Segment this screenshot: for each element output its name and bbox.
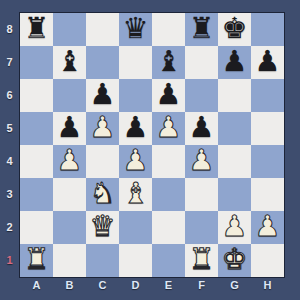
black-pawn-f5[interactable]: ♟ <box>189 113 215 142</box>
square-d2[interactable] <box>119 211 152 244</box>
white-pawn-h2[interactable]: ♟ <box>255 212 281 241</box>
chess-board: ♜♛♜♚♝♝♟♟♟♟♟♟♟♟♟♟♟♟♞♝♛♟♟♜♜♚ <box>19 12 285 278</box>
square-a5[interactable] <box>20 112 53 145</box>
file-label-c: C <box>86 279 119 299</box>
square-a7[interactable] <box>20 46 53 79</box>
square-c2[interactable]: ♛ <box>86 211 119 244</box>
file-label-b: B <box>53 279 86 299</box>
square-g7[interactable]: ♟ <box>218 46 251 79</box>
square-d4[interactable]: ♟ <box>119 145 152 178</box>
square-g5[interactable] <box>218 112 251 145</box>
square-a2[interactable] <box>20 211 53 244</box>
square-h5[interactable] <box>251 112 284 145</box>
square-b4[interactable]: ♟ <box>53 145 86 178</box>
white-queen-c2[interactable]: ♛ <box>90 212 116 241</box>
square-c7[interactable] <box>86 46 119 79</box>
rank-label-3: 3 <box>0 177 19 210</box>
white-pawn-e5[interactable]: ♟ <box>156 113 182 142</box>
board-frame: ♜♛♜♚♝♝♟♟♟♟♟♟♟♟♟♟♟♟♞♝♛♟♟♜♜♚ 87654321 ABCD… <box>0 0 300 300</box>
white-rook-f1[interactable]: ♜ <box>189 245 215 274</box>
square-h2[interactable]: ♟ <box>251 211 284 244</box>
square-g3[interactable] <box>218 178 251 211</box>
square-b6[interactable] <box>53 79 86 112</box>
square-b3[interactable] <box>53 178 86 211</box>
square-f6[interactable] <box>185 79 218 112</box>
square-g8[interactable]: ♚ <box>218 13 251 46</box>
rank-label-1: 1 <box>0 243 19 276</box>
square-e5[interactable]: ♟ <box>152 112 185 145</box>
square-f2[interactable] <box>185 211 218 244</box>
file-label-h: H <box>251 279 284 299</box>
file-label-a: A <box>20 279 53 299</box>
square-a1[interactable]: ♜ <box>20 244 53 277</box>
white-pawn-g2[interactable]: ♟ <box>222 212 248 241</box>
square-e8[interactable] <box>152 13 185 46</box>
square-h3[interactable] <box>251 178 284 211</box>
black-bishop-b7[interactable]: ♝ <box>57 47 83 76</box>
rank-label-8: 8 <box>0 12 19 45</box>
white-pawn-f4[interactable]: ♟ <box>189 146 215 175</box>
square-b5[interactable]: ♟ <box>53 112 86 145</box>
square-g4[interactable] <box>218 145 251 178</box>
rank-label-7: 7 <box>0 45 19 78</box>
square-f8[interactable]: ♜ <box>185 13 218 46</box>
square-d3[interactable]: ♝ <box>119 178 152 211</box>
square-b7[interactable]: ♝ <box>53 46 86 79</box>
square-a3[interactable] <box>20 178 53 211</box>
black-queen-d8[interactable]: ♛ <box>123 14 149 43</box>
square-c3[interactable]: ♞ <box>86 178 119 211</box>
file-label-d: D <box>119 279 152 299</box>
square-c4[interactable] <box>86 145 119 178</box>
square-e2[interactable] <box>152 211 185 244</box>
square-c6[interactable]: ♟ <box>86 79 119 112</box>
square-e4[interactable] <box>152 145 185 178</box>
square-h8[interactable] <box>251 13 284 46</box>
black-rook-a8[interactable]: ♜ <box>24 14 50 43</box>
white-rook-a1[interactable]: ♜ <box>24 245 50 274</box>
square-d1[interactable] <box>119 244 152 277</box>
square-h6[interactable] <box>251 79 284 112</box>
square-g2[interactable]: ♟ <box>218 211 251 244</box>
rank-label-5: 5 <box>0 111 19 144</box>
square-f3[interactable] <box>185 178 218 211</box>
rank-label-4: 4 <box>0 144 19 177</box>
white-pawn-c5[interactable]: ♟ <box>90 113 116 142</box>
square-d8[interactable]: ♛ <box>119 13 152 46</box>
black-pawn-b5[interactable]: ♟ <box>57 113 83 142</box>
white-king-g1[interactable]: ♚ <box>222 245 248 274</box>
square-g6[interactable] <box>218 79 251 112</box>
black-rook-f8[interactable]: ♜ <box>189 14 215 43</box>
square-b1[interactable] <box>53 244 86 277</box>
black-bishop-e7[interactable]: ♝ <box>156 47 182 76</box>
black-pawn-c6[interactable]: ♟ <box>90 80 116 109</box>
white-pawn-b4[interactable]: ♟ <box>57 146 83 175</box>
square-c5[interactable]: ♟ <box>86 112 119 145</box>
square-h1[interactable] <box>251 244 284 277</box>
square-c8[interactable] <box>86 13 119 46</box>
square-f5[interactable]: ♟ <box>185 112 218 145</box>
square-h7[interactable]: ♟ <box>251 46 284 79</box>
square-d5[interactable]: ♟ <box>119 112 152 145</box>
white-knight-c3[interactable]: ♞ <box>90 179 116 208</box>
square-d6[interactable] <box>119 79 152 112</box>
square-d7[interactable] <box>119 46 152 79</box>
square-e3[interactable] <box>152 178 185 211</box>
file-label-f: F <box>185 279 218 299</box>
rank-label-2: 2 <box>0 210 19 243</box>
file-label-e: E <box>152 279 185 299</box>
black-pawn-e6[interactable]: ♟ <box>156 80 182 109</box>
white-pawn-d4[interactable]: ♟ <box>123 146 149 175</box>
black-king-g8[interactable]: ♚ <box>222 14 248 43</box>
square-a6[interactable] <box>20 79 53 112</box>
square-c1[interactable] <box>86 244 119 277</box>
black-pawn-g7[interactable]: ♟ <box>222 47 248 76</box>
square-b2[interactable] <box>53 211 86 244</box>
square-e7[interactable]: ♝ <box>152 46 185 79</box>
square-f4[interactable]: ♟ <box>185 145 218 178</box>
file-label-g: G <box>218 279 251 299</box>
black-pawn-d5[interactable]: ♟ <box>123 113 149 142</box>
square-a8[interactable]: ♜ <box>20 13 53 46</box>
square-h4[interactable] <box>251 145 284 178</box>
black-pawn-h7[interactable]: ♟ <box>255 47 281 76</box>
square-e6[interactable]: ♟ <box>152 79 185 112</box>
square-e1[interactable] <box>152 244 185 277</box>
square-f7[interactable] <box>185 46 218 79</box>
square-g1[interactable]: ♚ <box>218 244 251 277</box>
rank-label-6: 6 <box>0 78 19 111</box>
square-a4[interactable] <box>20 145 53 178</box>
white-bishop-d3[interactable]: ♝ <box>123 179 149 208</box>
square-b8[interactable] <box>53 13 86 46</box>
square-f1[interactable]: ♜ <box>185 244 218 277</box>
